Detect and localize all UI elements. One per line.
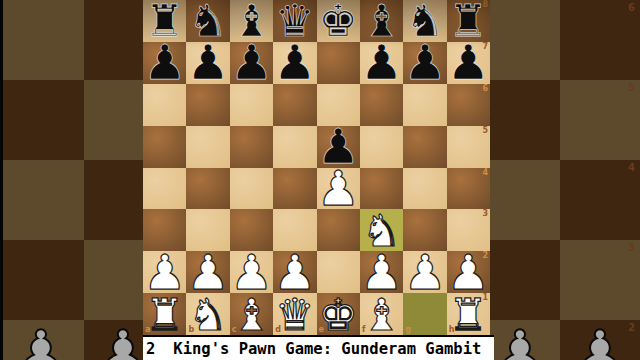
square-a7[interactable]: ♟: [143, 42, 186, 84]
square-c2[interactable]: ♟: [230, 251, 273, 293]
square-g5[interactable]: [403, 126, 446, 168]
square-a5[interactable]: [143, 126, 186, 168]
piece-black-pawn[interactable]: ♟: [273, 42, 316, 83]
blurred-pawn-icon: ♟: [1, 322, 81, 360]
square-a6[interactable]: [143, 84, 186, 126]
piece-black-pawn[interactable]: ♟: [230, 42, 273, 83]
piece-black-king[interactable]: ♚: [318, 0, 357, 41]
piece-white-pawn[interactable]: ♟: [187, 252, 230, 293]
square-d4[interactable]: [273, 168, 316, 210]
square-e4[interactable]: ♟: [317, 168, 360, 210]
piece-white-bishop[interactable]: ♝: [362, 294, 401, 335]
square-b2[interactable]: ♟: [186, 251, 229, 293]
piece-white-knight[interactable]: ♞: [188, 294, 227, 335]
chess-board: ♜♞♝♛♚♝♞♜8♟♟♟♟♟♟♟76♟5♟4♞3♟♟♟♟♟♟♟2♜a♞b♝c♛d…: [143, 0, 490, 335]
move-number: 2: [146, 340, 155, 358]
square-c6[interactable]: [230, 84, 273, 126]
opening-caption-bar: 2 King's Pawn Game: Gunderam Gambit: [143, 335, 494, 360]
square-e8[interactable]: ♚: [317, 0, 360, 42]
square-f4[interactable]: [360, 168, 403, 210]
rank-coordinate-label: 3: [482, 210, 488, 218]
file-coordinate-label: g: [405, 326, 411, 334]
square-e1[interactable]: ♚e: [317, 293, 360, 335]
piece-white-king[interactable]: ♚: [318, 294, 357, 335]
background-rank-label: 3: [615, 242, 635, 253]
background-rank-label: 6: [615, 2, 635, 13]
square-f7[interactable]: ♟: [360, 42, 403, 84]
square-f2[interactable]: ♟: [360, 251, 403, 293]
square-f5[interactable]: [360, 126, 403, 168]
square-b4[interactable]: [186, 168, 229, 210]
background-right-panel: [490, 0, 640, 360]
rank-coordinate-label: 5: [482, 127, 488, 135]
piece-white-pawn[interactable]: ♟: [447, 252, 490, 293]
piece-black-pawn[interactable]: ♟: [187, 42, 230, 83]
piece-white-rook[interactable]: ♜: [145, 294, 184, 335]
square-b7[interactable]: ♟: [186, 42, 229, 84]
square-c1[interactable]: ♝c: [230, 293, 273, 335]
square-d1[interactable]: ♛d: [273, 293, 316, 335]
piece-white-pawn[interactable]: ♟: [143, 252, 186, 293]
square-e7[interactable]: [317, 42, 360, 84]
opening-name: King's Pawn Game: Gunderam Gambit: [173, 340, 481, 358]
square-g4[interactable]: [403, 168, 446, 210]
piece-white-rook[interactable]: ♜: [449, 294, 488, 335]
piece-white-pawn[interactable]: ♟: [360, 252, 403, 293]
square-e2[interactable]: [317, 251, 360, 293]
square-d6[interactable]: [273, 84, 316, 126]
background-rank-label: 5: [615, 82, 635, 93]
piece-white-pawn[interactable]: ♟: [273, 252, 316, 293]
square-h2[interactable]: ♟2: [447, 251, 490, 293]
square-f6[interactable]: [360, 84, 403, 126]
square-c4[interactable]: [230, 168, 273, 210]
square-h6[interactable]: 6: [447, 84, 490, 126]
piece-white-pawn[interactable]: ♟: [403, 252, 446, 293]
square-b5[interactable]: [186, 126, 229, 168]
square-d2[interactable]: ♟: [273, 251, 316, 293]
piece-black-pawn[interactable]: ♟: [143, 42, 186, 83]
square-h5[interactable]: 5: [447, 126, 490, 168]
square-g2[interactable]: ♟: [403, 251, 446, 293]
blurred-pawn-icon: ♟: [560, 322, 640, 360]
piece-white-queen[interactable]: ♛: [275, 294, 314, 335]
piece-black-pawn[interactable]: ♟: [360, 42, 403, 83]
square-h4[interactable]: 4: [447, 168, 490, 210]
square-b1[interactable]: ♞b: [186, 293, 229, 335]
square-d7[interactable]: ♟: [273, 42, 316, 84]
piece-black-pawn[interactable]: ♟: [403, 42, 446, 83]
piece-black-pawn[interactable]: ♟: [447, 42, 490, 83]
piece-white-bishop[interactable]: ♝: [232, 294, 271, 335]
background-left-panel: [3, 0, 143, 360]
piece-white-pawn[interactable]: ♟: [230, 252, 273, 293]
square-c5[interactable]: [230, 126, 273, 168]
square-f1[interactable]: ♝f: [360, 293, 403, 335]
video-frame: 6 5 4 3 2 ♟ ♟ ♟ ♟ ♜♞♝♛♚♝♞♜8♟♟♟♟♟♟♟76♟5♟4…: [0, 0, 640, 360]
square-h7[interactable]: ♟7: [447, 42, 490, 84]
square-h1[interactable]: ♜1h: [447, 293, 490, 335]
square-c7[interactable]: ♟: [230, 42, 273, 84]
piece-white-pawn[interactable]: ♟: [317, 168, 360, 209]
square-a4[interactable]: [143, 168, 186, 210]
square-a1[interactable]: ♜a: [143, 293, 186, 335]
square-a2[interactable]: ♟: [143, 251, 186, 293]
background-rank-label: 4: [615, 162, 635, 173]
rank-coordinate-label: 4: [482, 169, 488, 177]
square-b6[interactable]: [186, 84, 229, 126]
square-g7[interactable]: ♟: [403, 42, 446, 84]
square-d5[interactable]: [273, 126, 316, 168]
square-g6[interactable]: [403, 84, 446, 126]
